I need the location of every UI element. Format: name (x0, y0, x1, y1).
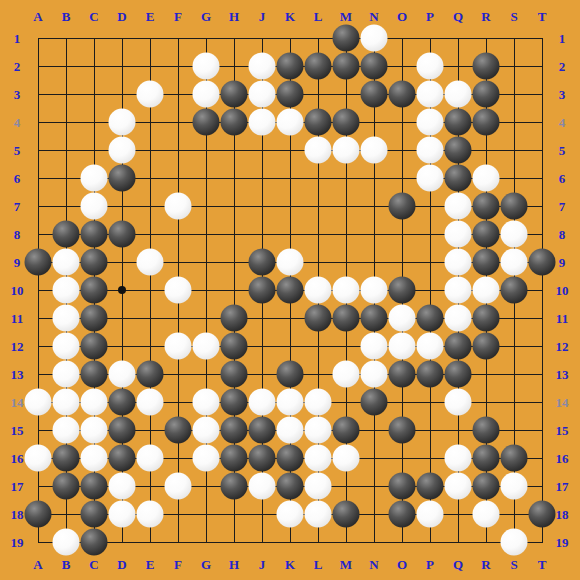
coord-label-left-11: 11 (11, 312, 23, 325)
coord-label-left-12: 12 (11, 340, 24, 353)
stone-black-J10[interactable] (249, 277, 276, 304)
coord-label-left-19: 19 (11, 536, 24, 549)
coord-label-bottom-N: N (369, 558, 378, 571)
stone-white-Q16[interactable] (445, 445, 472, 472)
stone-white-L10[interactable] (305, 277, 332, 304)
grid-line-vertical (542, 38, 543, 543)
coord-label-left-1: 1 (14, 32, 21, 45)
stone-white-F12[interactable] (165, 333, 192, 360)
stone-white-K14[interactable] (277, 389, 304, 416)
stone-white-L17[interactable] (305, 473, 332, 500)
stone-white-E9[interactable] (137, 249, 164, 276)
stone-black-K2[interactable] (277, 53, 304, 80)
stone-white-M16[interactable] (333, 445, 360, 472)
coord-label-left-8: 8 (14, 228, 21, 241)
stone-black-R17[interactable] (473, 473, 500, 500)
stone-white-N10[interactable] (361, 277, 388, 304)
coord-label-right-1: 1 (559, 32, 566, 45)
stone-black-O3[interactable] (389, 81, 416, 108)
stone-white-K15[interactable] (277, 417, 304, 444)
stone-white-O12[interactable] (389, 333, 416, 360)
stone-white-D18[interactable] (109, 501, 136, 528)
coord-label-left-4: 4 (14, 116, 21, 129)
stone-black-N3[interactable] (361, 81, 388, 108)
stone-black-H14[interactable] (221, 389, 248, 416)
stone-white-G2[interactable] (193, 53, 220, 80)
stone-white-A16[interactable] (25, 445, 52, 472)
stone-black-M2[interactable] (333, 53, 360, 80)
stone-black-P17[interactable] (417, 473, 444, 500)
stone-black-R16[interactable] (473, 445, 500, 472)
stone-white-J4[interactable] (249, 109, 276, 136)
coord-label-left-10: 10 (11, 284, 24, 297)
stone-white-B19[interactable] (53, 529, 80, 556)
coord-label-bottom-P: P (426, 558, 434, 571)
stone-black-A9[interactable] (25, 249, 52, 276)
stone-white-D17[interactable] (109, 473, 136, 500)
stone-white-P2[interactable] (417, 53, 444, 80)
stone-black-J16[interactable] (249, 445, 276, 472)
stone-white-L16[interactable] (305, 445, 332, 472)
stone-white-Q17[interactable] (445, 473, 472, 500)
coord-label-bottom-L: L (314, 558, 323, 571)
coord-label-top-B: B (62, 10, 71, 23)
stone-black-Q4[interactable] (445, 109, 472, 136)
coord-label-bottom-K: K (285, 558, 295, 571)
stone-white-L15[interactable] (305, 417, 332, 444)
coord-label-top-M: M (340, 10, 352, 23)
stone-white-B12[interactable] (53, 333, 80, 360)
coord-label-right-2: 2 (559, 60, 566, 73)
coord-label-right-18: 18 (556, 508, 569, 521)
coord-label-right-14: 14 (556, 396, 569, 409)
coord-label-bottom-S: S (510, 558, 517, 571)
stone-white-C7[interactable] (81, 193, 108, 220)
stone-white-K4[interactable] (277, 109, 304, 136)
stone-black-B8[interactable] (53, 221, 80, 248)
stone-black-K3[interactable] (277, 81, 304, 108)
stone-white-C16[interactable] (81, 445, 108, 472)
stone-white-E16[interactable] (137, 445, 164, 472)
stone-black-M1[interactable] (333, 25, 360, 52)
stone-black-M18[interactable] (333, 501, 360, 528)
stone-black-J9[interactable] (249, 249, 276, 276)
coord-label-right-12: 12 (556, 340, 569, 353)
coord-label-right-9: 9 (559, 256, 566, 269)
coord-label-top-Q: Q (453, 10, 463, 23)
stone-black-L4[interactable] (305, 109, 332, 136)
stone-black-C18[interactable] (81, 501, 108, 528)
coord-label-bottom-O: O (397, 558, 407, 571)
stone-white-G3[interactable] (193, 81, 220, 108)
coord-label-top-O: O (397, 10, 407, 23)
coord-label-top-A: A (33, 10, 42, 23)
stone-white-N12[interactable] (361, 333, 388, 360)
stone-white-Q7[interactable] (445, 193, 472, 220)
coord-label-left-18: 18 (11, 508, 24, 521)
coord-label-right-8: 8 (559, 228, 566, 241)
stone-black-A18[interactable] (25, 501, 52, 528)
stone-white-M10[interactable] (333, 277, 360, 304)
coord-label-bottom-Q: Q (453, 558, 463, 571)
stone-black-G4[interactable] (193, 109, 220, 136)
coord-label-left-2: 2 (14, 60, 21, 73)
stone-black-M4[interactable] (333, 109, 360, 136)
stone-white-C15[interactable] (81, 417, 108, 444)
stone-white-B14[interactable] (53, 389, 80, 416)
stone-black-H15[interactable] (221, 417, 248, 444)
stone-black-D16[interactable] (109, 445, 136, 472)
stone-white-F17[interactable] (165, 473, 192, 500)
coord-label-bottom-C: C (89, 558, 98, 571)
stone-black-R4[interactable] (473, 109, 500, 136)
stone-white-S9[interactable] (501, 249, 528, 276)
stone-black-O7[interactable] (389, 193, 416, 220)
stone-black-J15[interactable] (249, 417, 276, 444)
coord-label-left-16: 16 (11, 452, 24, 465)
coord-label-bottom-T: T (538, 558, 547, 571)
coord-label-top-S: S (510, 10, 517, 23)
coord-label-top-C: C (89, 10, 98, 23)
coord-label-right-5: 5 (559, 144, 566, 157)
stone-black-S10[interactable] (501, 277, 528, 304)
coord-label-top-F: F (174, 10, 182, 23)
stone-white-O11[interactable] (389, 305, 416, 332)
stone-white-D4[interactable] (109, 109, 136, 136)
coord-label-bottom-A: A (33, 558, 42, 571)
stone-black-O10[interactable] (389, 277, 416, 304)
coord-label-top-J: J (259, 10, 266, 23)
coord-label-left-3: 3 (14, 88, 21, 101)
coord-label-right-6: 6 (559, 172, 566, 185)
stone-black-H4[interactable] (221, 109, 248, 136)
coord-label-left-14: 14 (11, 396, 24, 409)
stone-black-C12[interactable] (81, 333, 108, 360)
stone-white-J3[interactable] (249, 81, 276, 108)
stone-black-R7[interactable] (473, 193, 500, 220)
coord-label-left-6: 6 (14, 172, 21, 185)
stone-white-N1[interactable] (361, 25, 388, 52)
stone-white-G14[interactable] (193, 389, 220, 416)
coord-label-left-7: 7 (14, 200, 21, 213)
coord-label-top-T: T (538, 10, 547, 23)
coord-label-top-R: R (481, 10, 490, 23)
stone-white-Q10[interactable] (445, 277, 472, 304)
stone-white-Q9[interactable] (445, 249, 472, 276)
coord-label-right-15: 15 (556, 424, 569, 437)
stone-white-D5[interactable] (109, 137, 136, 164)
stone-black-Q5[interactable] (445, 137, 472, 164)
stone-black-K13[interactable] (277, 361, 304, 388)
stone-white-G15[interactable] (193, 417, 220, 444)
stone-white-C6[interactable] (81, 165, 108, 192)
stone-black-C19[interactable] (81, 529, 108, 556)
stone-black-O17[interactable] (389, 473, 416, 500)
stone-white-B10[interactable] (53, 277, 80, 304)
stone-white-B15[interactable] (53, 417, 80, 444)
stone-black-O18[interactable] (389, 501, 416, 528)
stone-black-N11[interactable] (361, 305, 388, 332)
stone-white-P5[interactable] (417, 137, 444, 164)
coord-label-right-11: 11 (556, 312, 568, 325)
stone-black-O15[interactable] (389, 417, 416, 444)
coord-label-left-17: 17 (11, 480, 24, 493)
stone-white-N5[interactable] (361, 137, 388, 164)
stone-white-Q3[interactable] (445, 81, 472, 108)
stone-black-H16[interactable] (221, 445, 248, 472)
stone-black-H17[interactable] (221, 473, 248, 500)
stone-white-J2[interactable] (249, 53, 276, 80)
stone-black-K16[interactable] (277, 445, 304, 472)
coord-label-right-16: 16 (556, 452, 569, 465)
stone-black-D14[interactable] (109, 389, 136, 416)
coord-label-bottom-J: J (259, 558, 266, 571)
coord-label-top-D: D (117, 10, 126, 23)
stone-black-T9[interactable] (529, 249, 556, 276)
stone-white-F7[interactable] (165, 193, 192, 220)
coord-label-top-P: P (426, 10, 434, 23)
stone-black-C8[interactable] (81, 221, 108, 248)
stone-black-B17[interactable] (53, 473, 80, 500)
coord-label-bottom-H: H (229, 558, 239, 571)
coord-label-right-13: 13 (556, 368, 569, 381)
stone-white-Q8[interactable] (445, 221, 472, 248)
coord-label-left-15: 15 (11, 424, 24, 437)
coord-label-bottom-F: F (174, 558, 182, 571)
stone-black-Q6[interactable] (445, 165, 472, 192)
stone-black-N14[interactable] (361, 389, 388, 416)
stone-black-P11[interactable] (417, 305, 444, 332)
stone-white-D13[interactable] (109, 361, 136, 388)
stone-white-G12[interactable] (193, 333, 220, 360)
coord-label-left-13: 13 (11, 368, 24, 381)
stone-black-H12[interactable] (221, 333, 248, 360)
stone-black-E13[interactable] (137, 361, 164, 388)
stone-black-R15[interactable] (473, 417, 500, 444)
stone-white-E18[interactable] (137, 501, 164, 528)
stone-white-Q14[interactable] (445, 389, 472, 416)
go-board[interactable]: AABBCCDDEEFFGGHHJJKKLLMMNNOOPPQQRRSSTT11… (0, 0, 580, 580)
stone-black-R8[interactable] (473, 221, 500, 248)
stone-black-F15[interactable] (165, 417, 192, 444)
stone-white-N13[interactable] (361, 361, 388, 388)
stone-black-H11[interactable] (221, 305, 248, 332)
coord-label-bottom-G: G (201, 558, 211, 571)
stone-black-R3[interactable] (473, 81, 500, 108)
coord-label-top-H: H (229, 10, 239, 23)
stone-black-K10[interactable] (277, 277, 304, 304)
stone-white-J14[interactable] (249, 389, 276, 416)
stone-white-Q11[interactable] (445, 305, 472, 332)
stone-white-R10[interactable] (473, 277, 500, 304)
stone-white-E14[interactable] (137, 389, 164, 416)
stone-black-D15[interactable] (109, 417, 136, 444)
stone-black-K17[interactable] (277, 473, 304, 500)
stone-black-R9[interactable] (473, 249, 500, 276)
stone-black-R2[interactable] (473, 53, 500, 80)
stone-black-N2[interactable] (361, 53, 388, 80)
coord-label-top-G: G (201, 10, 211, 23)
coord-label-right-3: 3 (559, 88, 566, 101)
stone-white-B9[interactable] (53, 249, 80, 276)
stone-white-B11[interactable] (53, 305, 80, 332)
stone-white-P12[interactable] (417, 333, 444, 360)
stone-black-M11[interactable] (333, 305, 360, 332)
stone-black-S16[interactable] (501, 445, 528, 472)
star-point-D10 (118, 286, 126, 294)
grid-line-horizontal (38, 542, 543, 543)
stone-black-O13[interactable] (389, 361, 416, 388)
coord-label-top-L: L (314, 10, 323, 23)
stone-black-C17[interactable] (81, 473, 108, 500)
stone-white-F10[interactable] (165, 277, 192, 304)
stone-black-C11[interactable] (81, 305, 108, 332)
stone-white-G16[interactable] (193, 445, 220, 472)
stone-white-P4[interactable] (417, 109, 444, 136)
stone-white-S17[interactable] (501, 473, 528, 500)
stone-white-L14[interactable] (305, 389, 332, 416)
coord-label-bottom-M: M (340, 558, 352, 571)
stone-white-L18[interactable] (305, 501, 332, 528)
coord-label-left-9: 9 (14, 256, 21, 269)
stone-white-R6[interactable] (473, 165, 500, 192)
stone-black-L11[interactable] (305, 305, 332, 332)
stone-white-M5[interactable] (333, 137, 360, 164)
coord-label-top-N: N (369, 10, 378, 23)
coord-label-right-7: 7 (559, 200, 566, 213)
stone-black-H3[interactable] (221, 81, 248, 108)
stone-white-P18[interactable] (417, 501, 444, 528)
stone-black-S7[interactable] (501, 193, 528, 220)
coord-label-bottom-E: E (146, 558, 155, 571)
coord-label-left-5: 5 (14, 144, 21, 157)
stone-black-Q12[interactable] (445, 333, 472, 360)
stone-white-M13[interactable] (333, 361, 360, 388)
stone-white-C14[interactable] (81, 389, 108, 416)
stone-black-R11[interactable] (473, 305, 500, 332)
stone-black-T18[interactable] (529, 501, 556, 528)
coord-label-right-19: 19 (556, 536, 569, 549)
coord-label-bottom-B: B (62, 558, 71, 571)
stone-white-S8[interactable] (501, 221, 528, 248)
stone-black-D6[interactable] (109, 165, 136, 192)
stone-white-K9[interactable] (277, 249, 304, 276)
coord-label-right-4: 4 (559, 116, 566, 129)
coord-label-right-17: 17 (556, 480, 569, 493)
stone-white-P6[interactable] (417, 165, 444, 192)
stone-black-Q13[interactable] (445, 361, 472, 388)
stone-black-B16[interactable] (53, 445, 80, 472)
stone-black-D8[interactable] (109, 221, 136, 248)
coord-label-top-E: E (146, 10, 155, 23)
stone-black-P13[interactable] (417, 361, 444, 388)
stone-black-R12[interactable] (473, 333, 500, 360)
stone-black-L2[interactable] (305, 53, 332, 80)
coord-label-right-10: 10 (556, 284, 569, 297)
coord-label-bottom-D: D (117, 558, 126, 571)
coord-label-top-K: K (285, 10, 295, 23)
stone-white-R18[interactable] (473, 501, 500, 528)
stone-black-C10[interactable] (81, 277, 108, 304)
coord-label-bottom-R: R (481, 558, 490, 571)
stone-white-L5[interactable] (305, 137, 332, 164)
stone-black-H13[interactable] (221, 361, 248, 388)
stone-white-E3[interactable] (137, 81, 164, 108)
stone-black-C9[interactable] (81, 249, 108, 276)
stone-black-C13[interactable] (81, 361, 108, 388)
stone-white-S19[interactable] (501, 529, 528, 556)
stone-white-P3[interactable] (417, 81, 444, 108)
stone-white-B13[interactable] (53, 361, 80, 388)
stone-black-M15[interactable] (333, 417, 360, 444)
stone-white-A14[interactable] (25, 389, 52, 416)
stone-white-K18[interactable] (277, 501, 304, 528)
stone-white-J17[interactable] (249, 473, 276, 500)
